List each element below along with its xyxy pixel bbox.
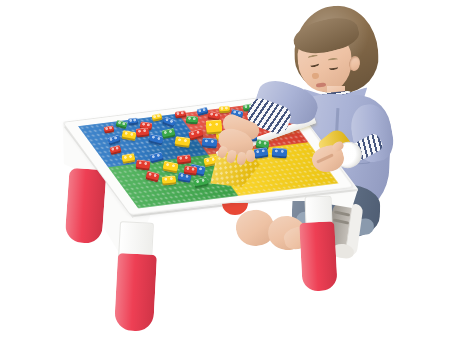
child-left-hand-cup (0, 0, 450, 338)
product-photo-stage: Toddler in a light-blue chambray shirt a… (0, 0, 450, 338)
